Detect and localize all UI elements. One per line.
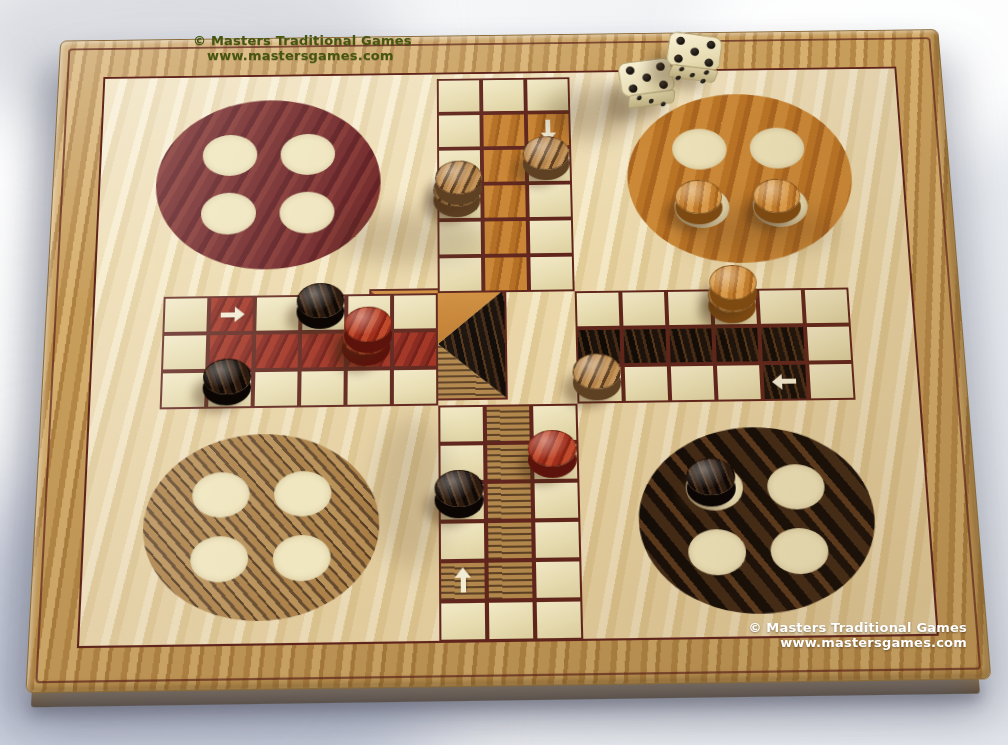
die-pip: [661, 101, 666, 106]
die-pip: [703, 70, 710, 75]
dice-layer: [25, 29, 991, 693]
die-pip: [641, 73, 651, 82]
ludo-board: [25, 29, 991, 693]
watermark-line1: © Masters Traditional Games: [193, 33, 412, 48]
die-pip: [690, 47, 700, 56]
die-pip: [678, 67, 685, 72]
watermark-line1: © Masters Traditional Games: [748, 620, 967, 635]
die-pip: [655, 62, 665, 71]
die-2[interactable]: [664, 31, 723, 87]
die-pip: [700, 79, 707, 84]
watermark-line2: www.mastersgames.com: [748, 635, 967, 650]
die-pip: [673, 54, 683, 63]
die-pip: [658, 80, 668, 89]
die-pip: [637, 95, 642, 100]
die-pip: [675, 36, 685, 45]
die-pip: [689, 73, 696, 78]
photo-backdrop: © Masters Traditional Games www.mastersg…: [0, 0, 1008, 745]
die-pip: [628, 84, 638, 93]
die-pip: [675, 75, 682, 80]
die-pip: [704, 58, 714, 67]
watermark-bottom-right: © Masters Traditional Games www.mastersg…: [748, 620, 967, 650]
die-pip: [649, 98, 654, 103]
die-pip: [706, 40, 716, 49]
die-pip: [625, 66, 635, 75]
watermark-top-left: © Masters Traditional Games www.mastersg…: [193, 33, 412, 63]
watermark-line2: www.mastersgames.com: [193, 48, 412, 63]
